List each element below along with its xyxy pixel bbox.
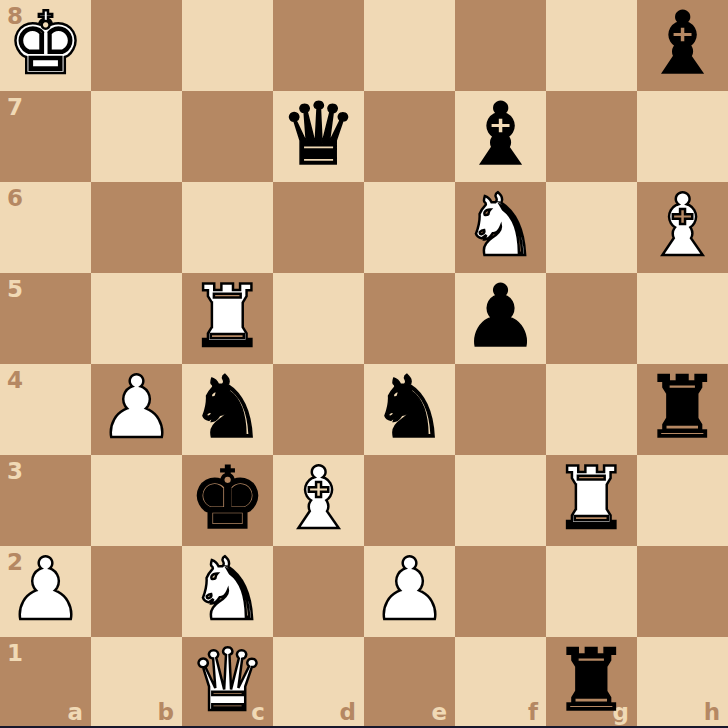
square-h5[interactable] [637,273,728,364]
square-e2[interactable]: ♟ [364,546,455,637]
square-d7[interactable]: ♛ [273,91,364,182]
square-b4[interactable]: ♟ [91,364,182,455]
square-a7[interactable]: 7 [0,91,91,182]
white-bishop[interactable]: ♝ [644,180,721,271]
square-c8[interactable] [182,0,273,91]
square-a6[interactable]: 6 [0,182,91,273]
white-queen[interactable]: ♛ [189,635,266,726]
square-a5[interactable]: 5 [0,273,91,364]
square-d6[interactable] [273,182,364,273]
white-knight[interactable]: ♞ [462,180,539,271]
white-bishop[interactable]: ♝ [280,453,357,544]
square-b1[interactable]: b [91,637,182,728]
rank-label-3: 3 [7,460,23,483]
file-label-b: b [158,701,174,724]
square-e1[interactable]: e [364,637,455,728]
square-e5[interactable] [364,273,455,364]
square-c5[interactable]: ♜ [182,273,273,364]
square-a8[interactable]: 8♚ [0,0,91,91]
square-f3[interactable] [455,455,546,546]
chess-board: 8♚♝7♛♝6♞♝5♜♟4♟♞♞♜3♚♝♜2♟♞♟1abc♛defg♜h [0,0,728,728]
file-label-f: f [528,701,538,724]
square-a2[interactable]: 2♟ [0,546,91,637]
white-knight[interactable]: ♞ [189,544,266,635]
square-b6[interactable] [91,182,182,273]
square-e8[interactable] [364,0,455,91]
square-b5[interactable] [91,273,182,364]
square-h8[interactable]: ♝ [637,0,728,91]
black-queen[interactable]: ♛ [280,89,357,180]
square-h1[interactable]: h [637,637,728,728]
white-king[interactable]: ♚ [7,0,84,89]
white-pawn[interactable]: ♟ [98,362,175,453]
square-e7[interactable] [364,91,455,182]
black-knight[interactable]: ♞ [189,362,266,453]
square-b3[interactable] [91,455,182,546]
square-b8[interactable] [91,0,182,91]
square-d8[interactable] [273,0,364,91]
square-c4[interactable]: ♞ [182,364,273,455]
square-d1[interactable]: d [273,637,364,728]
square-h3[interactable] [637,455,728,546]
white-pawn[interactable]: ♟ [371,544,448,635]
black-king[interactable]: ♚ [189,453,266,544]
square-h7[interactable] [637,91,728,182]
black-knight[interactable]: ♞ [371,362,448,453]
square-g3[interactable]: ♜ [546,455,637,546]
black-rook[interactable]: ♜ [644,362,721,453]
square-d4[interactable] [273,364,364,455]
square-f8[interactable] [455,0,546,91]
square-f1[interactable]: f [455,637,546,728]
square-b7[interactable] [91,91,182,182]
square-h6[interactable]: ♝ [637,182,728,273]
square-g8[interactable] [546,0,637,91]
square-c1[interactable]: c♛ [182,637,273,728]
square-g6[interactable] [546,182,637,273]
square-e4[interactable]: ♞ [364,364,455,455]
square-g7[interactable] [546,91,637,182]
file-label-e: e [431,701,447,724]
black-pawn[interactable]: ♟ [462,271,539,362]
square-g4[interactable] [546,364,637,455]
square-f5[interactable]: ♟ [455,273,546,364]
black-bishop[interactable]: ♝ [462,89,539,180]
square-g1[interactable]: g♜ [546,637,637,728]
square-h4[interactable]: ♜ [637,364,728,455]
square-d2[interactable] [273,546,364,637]
square-c2[interactable]: ♞ [182,546,273,637]
white-pawn[interactable]: ♟ [7,544,84,635]
rank-label-1: 1 [7,642,23,665]
square-a4[interactable]: 4 [0,364,91,455]
square-f2[interactable] [455,546,546,637]
square-h2[interactable] [637,546,728,637]
rank-label-6: 6 [7,187,23,210]
square-f7[interactable]: ♝ [455,91,546,182]
file-label-h: h [704,701,720,724]
square-f6[interactable]: ♞ [455,182,546,273]
white-rook[interactable]: ♜ [553,453,630,544]
black-bishop[interactable]: ♝ [644,0,721,89]
square-g5[interactable] [546,273,637,364]
white-rook[interactable]: ♜ [189,271,266,362]
square-c3[interactable]: ♚ [182,455,273,546]
square-e6[interactable] [364,182,455,273]
file-label-d: d [340,701,356,724]
square-b2[interactable] [91,546,182,637]
square-a1[interactable]: 1a [0,637,91,728]
square-d5[interactable] [273,273,364,364]
square-c6[interactable] [182,182,273,273]
square-f4[interactable] [455,364,546,455]
rank-label-4: 4 [7,369,23,392]
rank-label-7: 7 [7,96,23,119]
black-rook[interactable]: ♜ [553,635,630,726]
square-c7[interactable] [182,91,273,182]
file-label-a: a [67,701,83,724]
square-a3[interactable]: 3 [0,455,91,546]
square-g2[interactable] [546,546,637,637]
square-e3[interactable] [364,455,455,546]
rank-label-5: 5 [7,278,23,301]
square-d3[interactable]: ♝ [273,455,364,546]
